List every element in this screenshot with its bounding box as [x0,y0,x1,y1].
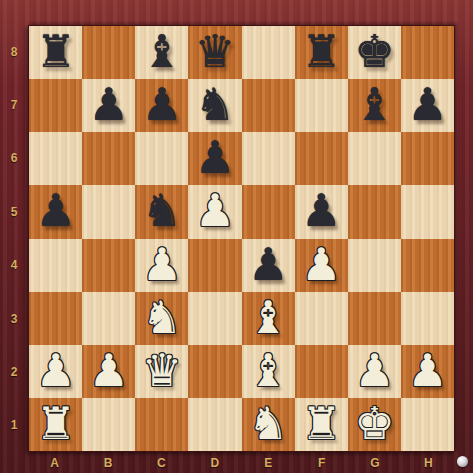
square-b3[interactable] [82,292,135,345]
piece-white-knight[interactable]: ♞ [142,295,182,340]
file-label-b: B [81,452,134,473]
piece-black-pawn[interactable]: ♟ [142,82,182,127]
square-a3[interactable] [29,292,82,345]
square-d4[interactable] [188,239,241,292]
piece-white-pawn[interactable]: ♟ [407,348,447,393]
piece-white-rook[interactable]: ♜ [301,401,341,446]
piece-black-pawn[interactable]: ♟ [248,242,288,287]
square-g1[interactable]: ♚ [348,398,401,451]
piece-white-king[interactable]: ♚ [354,401,394,446]
square-c6[interactable] [135,132,188,185]
square-d5[interactable]: ♟ [188,185,241,238]
square-c7[interactable]: ♟ [135,79,188,132]
square-b5[interactable] [82,185,135,238]
square-h6[interactable] [401,132,454,185]
piece-black-pawn[interactable]: ♟ [89,82,129,127]
square-e1[interactable]: ♞ [242,398,295,451]
square-a1[interactable]: ♜ [29,398,82,451]
square-b2[interactable]: ♟ [82,345,135,398]
square-c1[interactable] [135,398,188,451]
square-g6[interactable] [348,132,401,185]
piece-white-pawn[interactable]: ♟ [35,348,75,393]
square-f5[interactable]: ♟ [295,185,348,238]
file-label-d: D [188,452,241,473]
rank-label-8: 8 [0,25,28,78]
piece-black-knight[interactable]: ♞ [142,188,182,233]
rank-label-2: 2 [0,345,28,398]
square-h4[interactable] [401,239,454,292]
square-a4[interactable] [29,239,82,292]
file-label-e: E [242,452,295,473]
file-label-a: A [28,452,81,473]
piece-black-pawn[interactable]: ♟ [301,188,341,233]
square-b6[interactable] [82,132,135,185]
square-e4[interactable]: ♟ [242,239,295,292]
square-a7[interactable] [29,79,82,132]
square-g2[interactable]: ♟ [348,345,401,398]
file-label-h: H [402,452,455,473]
piece-black-pawn[interactable]: ♟ [195,135,235,180]
square-e8[interactable] [242,26,295,79]
square-a2[interactable]: ♟ [29,345,82,398]
square-c3[interactable]: ♞ [135,292,188,345]
piece-white-pawn[interactable]: ♟ [354,348,394,393]
piece-white-pawn[interactable]: ♟ [301,242,341,287]
square-h8[interactable] [401,26,454,79]
square-g4[interactable] [348,239,401,292]
board-frame: 87654321 ABCDEFGH ♜♝♛♜♚♟♟♞♝♟♟♟♞♟♟♟♟♟♞♝♟♟… [0,0,473,473]
piece-white-pawn[interactable]: ♟ [142,242,182,287]
rank-label-4: 4 [0,239,28,292]
file-label-f: F [295,452,348,473]
square-h2[interactable]: ♟ [401,345,454,398]
square-h5[interactable] [401,185,454,238]
rank-label-3: 3 [0,292,28,345]
rank-label-6: 6 [0,132,28,185]
square-f3[interactable] [295,292,348,345]
square-d7[interactable]: ♞ [188,79,241,132]
file-label-g: G [348,452,401,473]
piece-white-rook[interactable]: ♜ [35,401,75,446]
square-f7[interactable] [295,79,348,132]
square-d3[interactable] [188,292,241,345]
piece-black-king[interactable]: ♚ [354,29,394,74]
square-e5[interactable] [242,185,295,238]
piece-black-rook[interactable]: ♜ [301,29,341,74]
square-g7[interactable]: ♝ [348,79,401,132]
file-label-c: C [135,452,188,473]
piece-black-queen[interactable]: ♛ [195,29,235,74]
square-h3[interactable] [401,292,454,345]
square-d6[interactable]: ♟ [188,132,241,185]
square-e2[interactable]: ♝ [242,345,295,398]
rank-label-7: 7 [0,78,28,131]
square-d1[interactable] [188,398,241,451]
square-g8[interactable]: ♚ [348,26,401,79]
square-f2[interactable] [295,345,348,398]
piece-white-bishop[interactable]: ♝ [248,295,288,340]
piece-black-bishop[interactable]: ♝ [354,82,394,127]
square-a8[interactable]: ♜ [29,26,82,79]
piece-black-pawn[interactable]: ♟ [407,82,447,127]
square-c2[interactable]: ♛ [135,345,188,398]
square-e6[interactable] [242,132,295,185]
piece-black-pawn[interactable]: ♟ [35,188,75,233]
rank-labels: 87654321 [0,25,28,452]
piece-white-queen[interactable]: ♛ [142,348,182,393]
piece-black-bishop[interactable]: ♝ [142,29,182,74]
square-d2[interactable] [188,345,241,398]
square-c4[interactable]: ♟ [135,239,188,292]
file-labels: ABCDEFGH [28,452,455,473]
square-a5[interactable]: ♟ [29,185,82,238]
chess-board: ♜♝♛♜♚♟♟♞♝♟♟♟♞♟♟♟♟♟♞♝♟♟♛♝♟♟♜♞♜♚ [28,25,455,452]
square-h1[interactable] [401,398,454,451]
square-a6[interactable] [29,132,82,185]
rank-label-1: 1 [0,399,28,452]
square-f1[interactable]: ♜ [295,398,348,451]
square-f8[interactable]: ♜ [295,26,348,79]
piece-white-pawn[interactable]: ♟ [89,348,129,393]
square-c8[interactable]: ♝ [135,26,188,79]
square-h7[interactable]: ♟ [401,79,454,132]
square-e7[interactable] [242,79,295,132]
square-e3[interactable]: ♝ [242,292,295,345]
piece-white-pawn[interactable]: ♟ [195,188,235,233]
square-f4[interactable]: ♟ [295,239,348,292]
rank-label-5: 5 [0,185,28,238]
square-b1[interactable] [82,398,135,451]
piece-black-rook[interactable]: ♜ [35,29,75,74]
square-c5[interactable]: ♞ [135,185,188,238]
piece-white-knight[interactable]: ♞ [248,401,288,446]
piece-black-knight[interactable]: ♞ [195,82,235,127]
piece-white-bishop[interactable]: ♝ [248,348,288,393]
square-b7[interactable]: ♟ [82,79,135,132]
square-b8[interactable] [82,26,135,79]
square-g5[interactable] [348,185,401,238]
square-f6[interactable] [295,132,348,185]
square-d8[interactable]: ♛ [188,26,241,79]
square-b4[interactable] [82,239,135,292]
square-g3[interactable] [348,292,401,345]
white-to-move-indicator [457,456,468,467]
